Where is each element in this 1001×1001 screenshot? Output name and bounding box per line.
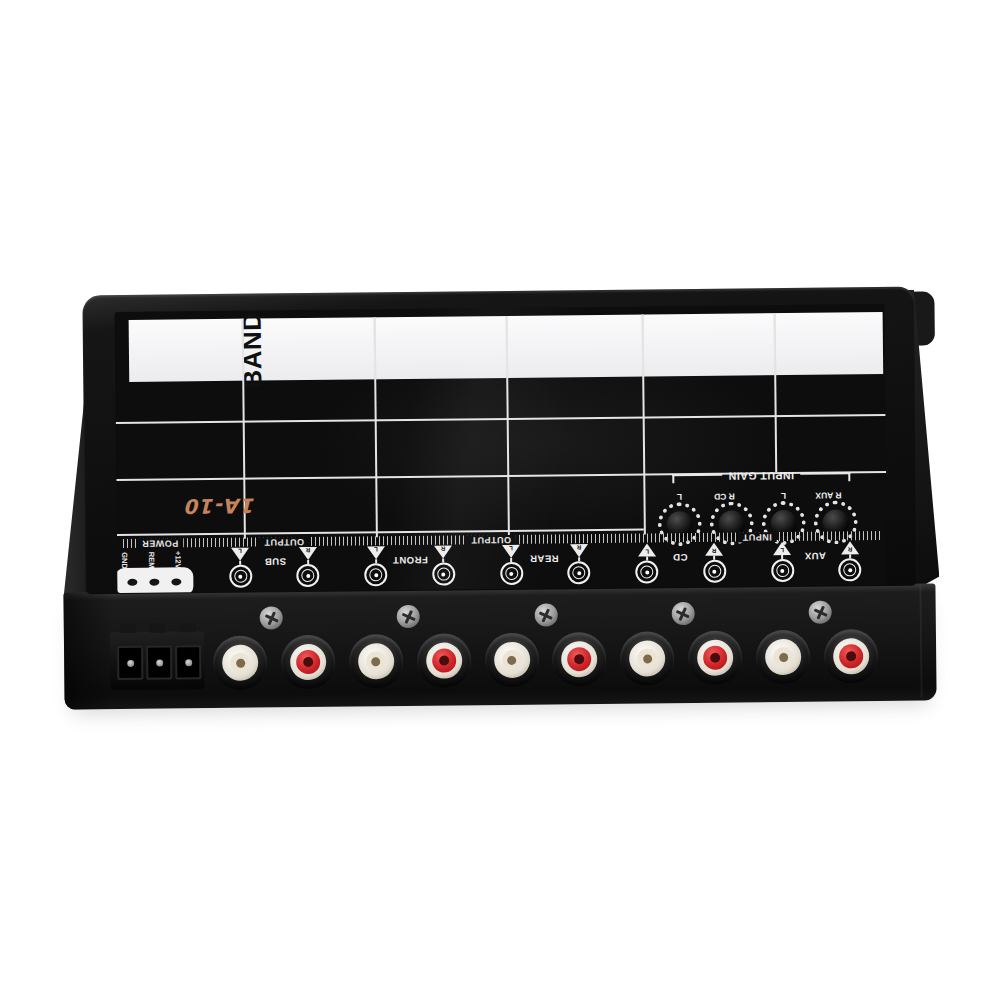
rca-target-icon [364,563,387,586]
ruler-label: OUTPUT [466,534,516,545]
section-label: FRONT [392,555,427,566]
gain-knob-label: R AUX [815,490,841,500]
rca-target-icon [635,560,658,583]
power-pinout-diagram [115,567,193,593]
connector-pin-socket [117,646,143,680]
equalizer-device: BAND 1A-10 INPUT GAIN L R CD L R AUX [0,0,1001,1001]
model-logo: 1A-10 [170,493,270,518]
rca-target-icon [229,565,252,588]
input-jack-icon: R [699,543,729,583]
connector-tab [120,624,136,633]
output-jack-icon: L [225,548,255,588]
pin-dot [127,578,137,585]
rca-jack-red [552,632,607,687]
rca-jack-white [349,634,404,689]
connector-tab [180,623,196,632]
section-label: SUB [264,556,286,567]
screw-icon [260,606,283,629]
section-label: CD [673,552,688,563]
rca-target-icon [567,561,590,584]
rca-jack-row [213,629,879,690]
rca-jack-white [756,630,811,685]
rca-target-icon [839,558,862,581]
connector-pin-socket [175,645,201,679]
rca-jack-white [213,635,268,690]
input-gain-group: INPUT GAIN [672,472,850,486]
band-label: BAND [231,318,276,380]
rca-jack-red [281,635,336,690]
pin-dot [149,578,159,585]
output-jack-icon: L [496,545,526,585]
output-jack-icon: L [361,546,391,586]
bracket-line [800,472,850,482]
top-panel-print: BAND 1A-10 INPUT GAIN L R CD L R AUX [115,304,888,593]
ruler-label: INPUT [737,532,777,542]
ruler-label: OUTPUT [259,537,309,548]
rca-target-icon [432,562,455,585]
input-jack-icon: R [835,541,865,581]
rca-target-icon [703,560,726,583]
screw-icon [671,602,694,625]
rca-target-icon [500,562,523,585]
input-gain-title: INPUT GAIN [728,470,794,483]
connector-tab [150,624,166,633]
screw-icon [397,605,420,628]
rca-target-icon [296,564,319,587]
input-jack-icon: L [767,542,797,582]
output-jack-icon: R [293,547,323,587]
grid-line [116,414,886,424]
rca-jack-red [824,629,879,684]
product-photo: BAND 1A-10 INPUT GAIN L R CD L R AUX [0,0,1001,1001]
screw-icon [534,603,557,626]
gain-knob-label: L [781,491,786,501]
rca-jack-white [484,633,539,688]
power-connector [110,631,205,690]
screw-row [260,601,832,630]
rca-jack-red [417,633,472,688]
rca-jack-white [620,631,675,686]
right-edge-seam [919,586,922,698]
gain-knob-label: L [677,492,682,502]
section-label: REAR [530,553,559,564]
rca-target-icon [771,559,794,582]
section-label: AUX [804,551,826,562]
rca-jack-red [688,630,743,685]
pin-dot [171,578,181,585]
input-jack-icon: L [632,543,662,583]
gain-knob-label: R CD [714,492,735,502]
left-shadow [63,592,114,710]
screw-icon [809,601,832,624]
bracket-line [672,474,722,484]
rear-panel [63,583,936,709]
connector-pin-socket [146,645,172,679]
output-jack-icon: R [428,545,458,585]
output-jack-icon: R [564,544,594,584]
